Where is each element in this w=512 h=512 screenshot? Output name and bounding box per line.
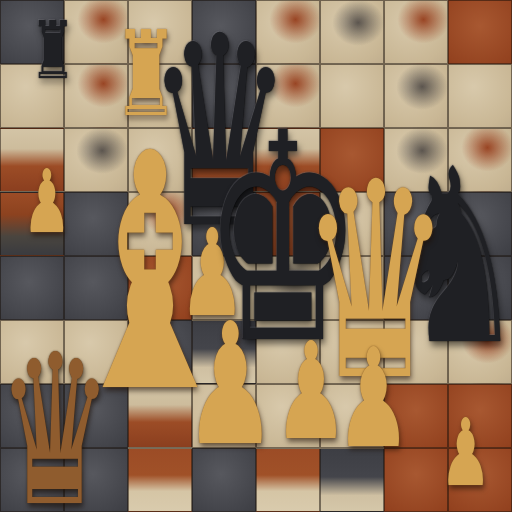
piece-gold-pawn-f2[interactable]: ♟	[331, 330, 416, 467]
piece-brown-queen-a1[interactable]: ♛	[0, 327, 120, 512]
square-g8[interactable]	[384, 0, 448, 64]
square-h8[interactable]	[448, 0, 512, 64]
chess-scene: ♜♜♛♟♟♚♞♛♝♟♟♟♟♛	[0, 0, 512, 512]
piece-gold-pawn-h1[interactable]: ♟	[437, 407, 495, 500]
piece-black-rook-a8[interactable]: ♜	[28, 11, 77, 90]
square-f8[interactable]	[320, 0, 384, 64]
piece-gold-pawn-d2[interactable]: ♟	[178, 301, 282, 470]
